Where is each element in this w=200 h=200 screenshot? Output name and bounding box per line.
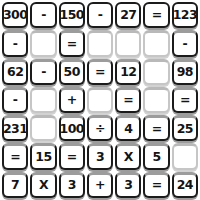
cell-r3c4[interactable]: = <box>87 59 113 85</box>
cell-r5c7[interactable]: 25 <box>172 115 198 141</box>
cell-r4c7[interactable]: = <box>172 87 198 113</box>
cell-r4c3[interactable]: + <box>59 87 85 113</box>
cell-r5c6[interactable]: = <box>143 115 169 141</box>
cell-r3c3[interactable]: 50 <box>59 59 85 85</box>
cell-r4c5[interactable]: = <box>115 87 141 113</box>
cell-r5c4[interactable]: ÷ <box>87 115 113 141</box>
cell-r6c4[interactable]: 3 <box>87 143 113 169</box>
cell-r6c6[interactable]: 5 <box>143 143 169 169</box>
cell-r7c3[interactable]: 3 <box>59 172 85 198</box>
cell-r5c2 <box>30 115 56 141</box>
cell-r4c1[interactable]: - <box>2 87 28 113</box>
cell-r7c7[interactable]: 24 <box>172 172 198 198</box>
cell-r6c2[interactable]: 15 <box>30 143 56 169</box>
cell-r2c6 <box>143 30 169 56</box>
cell-r2c1[interactable]: - <box>2 30 28 56</box>
cell-r5c5[interactable]: 4 <box>115 115 141 141</box>
cell-r1c6[interactable]: = <box>143 2 169 28</box>
cell-r7c6[interactable]: = <box>143 172 169 198</box>
cell-r3c2[interactable]: - <box>30 59 56 85</box>
cell-r1c2[interactable]: - <box>30 2 56 28</box>
cell-r1c5[interactable]: 27 <box>115 2 141 28</box>
cell-r7c4[interactable]: + <box>87 172 113 198</box>
cell-r3c6 <box>143 59 169 85</box>
cell-r2c3[interactable]: = <box>59 30 85 56</box>
cell-r4c6 <box>143 87 169 113</box>
cell-r4c4 <box>87 87 113 113</box>
cell-r2c7[interactable]: - <box>172 30 198 56</box>
cell-r1c3[interactable]: 150 <box>59 2 85 28</box>
cell-r6c7 <box>172 143 198 169</box>
cell-r4c2 <box>30 87 56 113</box>
puzzle-grid: 300-150-27=123-=-62-50=1298-+==231100÷4=… <box>0 0 200 200</box>
cell-r6c3[interactable]: = <box>59 143 85 169</box>
cell-r2c5 <box>115 30 141 56</box>
cell-r7c2[interactable]: X <box>30 172 56 198</box>
cell-r7c5[interactable]: 3 <box>115 172 141 198</box>
cell-r1c4[interactable]: - <box>87 2 113 28</box>
cell-r3c5[interactable]: 12 <box>115 59 141 85</box>
cell-r5c1[interactable]: 231 <box>2 115 28 141</box>
cell-r6c1[interactable]: = <box>2 143 28 169</box>
cell-r3c7[interactable]: 98 <box>172 59 198 85</box>
cell-r3c1[interactable]: 62 <box>2 59 28 85</box>
cell-r6c5[interactable]: X <box>115 143 141 169</box>
cell-r1c7[interactable]: 123 <box>172 2 198 28</box>
cell-r2c2 <box>30 30 56 56</box>
cell-r5c3[interactable]: 100 <box>59 115 85 141</box>
cell-r1c1[interactable]: 300 <box>2 2 28 28</box>
cell-r2c4 <box>87 30 113 56</box>
cell-r7c1[interactable]: 7 <box>2 172 28 198</box>
